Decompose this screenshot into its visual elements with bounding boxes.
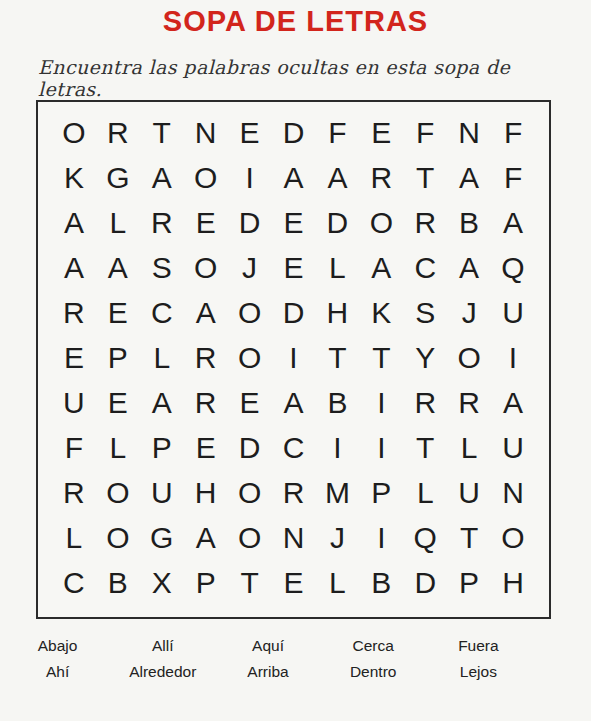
grid-cell-r2c10: A <box>447 155 491 200</box>
grid-cell-r10c2: O <box>96 515 140 560</box>
grid-cell-r6c2: P <box>96 335 140 380</box>
grid-cell-r5c11: U <box>491 290 535 335</box>
grid-cell-r2c4: O <box>184 155 228 200</box>
grid-cell-r3c8: O <box>359 200 403 245</box>
grid-cell-r1c10: N <box>447 110 491 155</box>
page-title: SOPA DE LETRAS <box>0 5 591 38</box>
word-list-item: Alrededor <box>110 663 215 681</box>
grid-cell-r11c3: X <box>140 560 184 605</box>
grid-cell-r4c7: L <box>315 245 359 290</box>
grid-cell-r11c2: B <box>96 560 140 605</box>
grid-cell-r7c8: I <box>359 380 403 425</box>
grid-cell-r11c5: T <box>228 560 272 605</box>
grid-cell-r5c7: H <box>315 290 359 335</box>
instructions-text: Encuentra las palabras ocultas en esta s… <box>38 56 558 100</box>
grid-cell-r3c3: R <box>140 200 184 245</box>
grid-cell-r10c5: O <box>228 515 272 560</box>
grid-cell-r7c1: U <box>52 380 96 425</box>
grid-cell-r5c6: D <box>272 290 316 335</box>
grid-cell-r4c10: A <box>447 245 491 290</box>
grid-cell-r11c1: C <box>52 560 96 605</box>
grid-cell-r7c2: E <box>96 380 140 425</box>
grid-cell-r11c6: E <box>272 560 316 605</box>
grid-cell-r2c3: A <box>140 155 184 200</box>
grid-cell-r7c3: A <box>140 380 184 425</box>
grid-cell-r3c1: A <box>52 200 96 245</box>
grid-cell-r11c10: P <box>447 560 491 605</box>
grid-cell-r11c9: D <box>403 560 447 605</box>
grid-cell-r1c2: R <box>96 110 140 155</box>
word-list-item: Fuera <box>426 637 531 655</box>
grid-cell-r7c9: R <box>403 380 447 425</box>
grid-cell-r8c6: C <box>272 425 316 470</box>
grid-cell-r9c8: P <box>359 470 403 515</box>
grid-cell-r2c7: A <box>315 155 359 200</box>
grid-cell-r2c11: F <box>491 155 535 200</box>
grid-cell-r9c9: L <box>403 470 447 515</box>
grid-cell-r2c2: G <box>96 155 140 200</box>
grid-cell-r11c11: H <box>491 560 535 605</box>
grid-cell-r2c1: K <box>52 155 96 200</box>
grid-cell-r5c9: S <box>403 290 447 335</box>
grid-cell-r3c4: E <box>184 200 228 245</box>
grid-cell-r6c10: O <box>447 335 491 380</box>
grid-cell-r5c2: E <box>96 290 140 335</box>
grid-cell-r8c8: I <box>359 425 403 470</box>
grid-cell-r8c4: E <box>184 425 228 470</box>
grid-cell-r4c2: A <box>96 245 140 290</box>
grid-cell-r4c6: E <box>272 245 316 290</box>
grid-cell-r10c4: A <box>184 515 228 560</box>
grid-cell-r5c4: A <box>184 290 228 335</box>
grid-cell-r6c8: T <box>359 335 403 380</box>
grid-cell-r8c1: F <box>52 425 96 470</box>
grid-cell-r10c9: Q <box>403 515 447 560</box>
grid-cell-r3c2: L <box>96 200 140 245</box>
word-search-grid: ORTNEDFEFNFKGAOIAARTAFALREDEDORBAAASOJEL… <box>36 100 551 619</box>
word-list-item: Arriba <box>215 663 320 681</box>
grid-cell-r10c10: T <box>447 515 491 560</box>
grid-cell-r7c10: R <box>447 380 491 425</box>
grid-cell-r6c11: I <box>491 335 535 380</box>
word-list-item: Ahí <box>5 663 110 681</box>
grid-cell-r7c6: A <box>272 380 316 425</box>
grid-cell-r4c4: O <box>184 245 228 290</box>
grid-cell-r11c8: B <box>359 560 403 605</box>
grid-cell-r5c1: R <box>52 290 96 335</box>
grid-cell-r6c7: T <box>315 335 359 380</box>
grid-cell-r8c5: D <box>228 425 272 470</box>
grid-cell-r11c4: P <box>184 560 228 605</box>
grid-cell-r3c11: A <box>491 200 535 245</box>
grid-cell-r11c7: L <box>315 560 359 605</box>
grid-cell-r7c5: E <box>228 380 272 425</box>
grid-cell-r9c7: M <box>315 470 359 515</box>
grid-cell-r8c9: T <box>403 425 447 470</box>
grid-cell-r4c9: C <box>403 245 447 290</box>
grid-cell-r1c1: O <box>52 110 96 155</box>
grid-cell-r1c11: F <box>491 110 535 155</box>
grid-cell-r2c5: I <box>228 155 272 200</box>
grid-cell-r6c6: I <box>272 335 316 380</box>
grid-cell-r10c8: I <box>359 515 403 560</box>
grid-cell-r1c3: T <box>140 110 184 155</box>
grid-cell-r8c3: P <box>140 425 184 470</box>
grid-cell-r1c8: E <box>359 110 403 155</box>
grid-cell-r5c8: K <box>359 290 403 335</box>
grid-cell-r9c10: U <box>447 470 491 515</box>
grid-cell-r1c5: E <box>228 110 272 155</box>
grid-cell-r2c8: R <box>359 155 403 200</box>
grid-cell-r9c5: O <box>228 470 272 515</box>
grid-cell-r6c9: Y <box>403 335 447 380</box>
grid-cell-r9c6: R <box>272 470 316 515</box>
grid-cell-r8c10: L <box>447 425 491 470</box>
grid-cell-r10c7: J <box>315 515 359 560</box>
grid-cell-r3c6: E <box>272 200 316 245</box>
word-list-item: Cerca <box>321 637 426 655</box>
grid-cell-r8c7: I <box>315 425 359 470</box>
grid-cell-r6c4: R <box>184 335 228 380</box>
grid-cell-r4c8: A <box>359 245 403 290</box>
grid-cell-r8c11: U <box>491 425 535 470</box>
word-list-item: Abajo <box>5 637 110 655</box>
grid-cell-r9c11: N <box>491 470 535 515</box>
grid-cell-r10c3: G <box>140 515 184 560</box>
grid-cell-r4c5: J <box>228 245 272 290</box>
grid-cell-r4c1: A <box>52 245 96 290</box>
grid-cell-r3c5: D <box>228 200 272 245</box>
grid-cell-r9c2: O <box>96 470 140 515</box>
grid-cell-r1c7: F <box>315 110 359 155</box>
grid-cell-r9c4: H <box>184 470 228 515</box>
word-list: AbajoAllíAquíCercaFueraAhíAlrededorArrib… <box>5 637 531 681</box>
grid-cell-r3c7: D <box>315 200 359 245</box>
grid-cell-r1c4: N <box>184 110 228 155</box>
grid-cell-r9c1: R <box>52 470 96 515</box>
grid-cell-r7c7: B <box>315 380 359 425</box>
grid-cell-r3c9: R <box>403 200 447 245</box>
grid-cell-r6c5: O <box>228 335 272 380</box>
grid-cell-r8c2: L <box>96 425 140 470</box>
grid-cell-r4c11: Q <box>491 245 535 290</box>
grid-cell-r4c3: S <box>140 245 184 290</box>
word-list-item: Aquí <box>215 637 320 655</box>
grid-cell-r6c3: L <box>140 335 184 380</box>
word-list-item: Dentro <box>321 663 426 681</box>
grid-cell-r3c10: B <box>447 200 491 245</box>
grid-cell-r2c9: T <box>403 155 447 200</box>
grid-cell-r10c6: N <box>272 515 316 560</box>
grid-cell-r5c5: O <box>228 290 272 335</box>
grid-cell-r1c6: D <box>272 110 316 155</box>
word-list-item: Allí <box>110 637 215 655</box>
grid-cell-r10c1: L <box>52 515 96 560</box>
grid-cell-r9c3: U <box>140 470 184 515</box>
grid-cell-r2c6: A <box>272 155 316 200</box>
grid-cell-r10c11: O <box>491 515 535 560</box>
grid-cell-r1c9: F <box>403 110 447 155</box>
grid-cell-r6c1: E <box>52 335 96 380</box>
word-list-item: Lejos <box>426 663 531 681</box>
grid-cell-r7c4: R <box>184 380 228 425</box>
grid-cell-r7c11: A <box>491 380 535 425</box>
grid-cell-r5c3: C <box>140 290 184 335</box>
grid-cell-r5c10: J <box>447 290 491 335</box>
